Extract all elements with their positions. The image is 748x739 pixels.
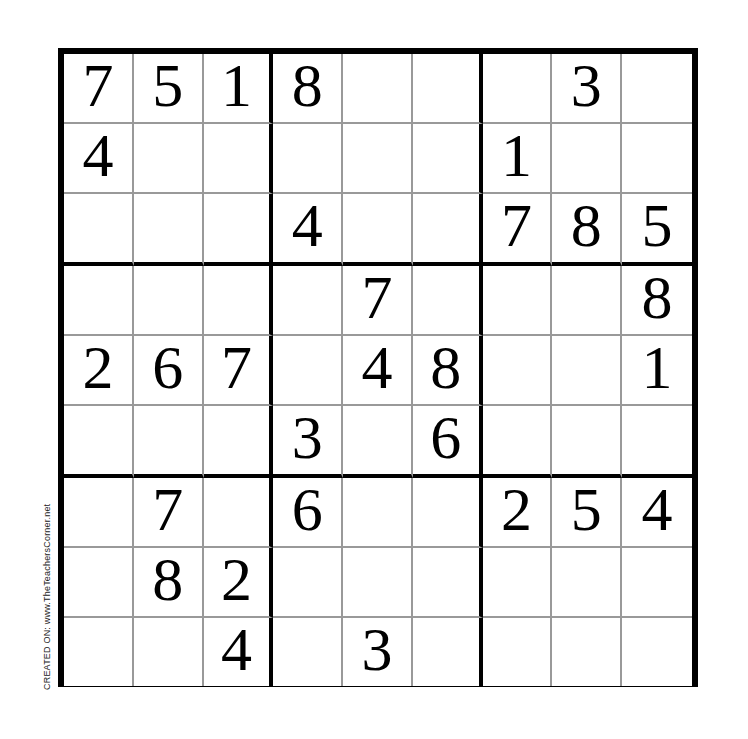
given-digit: 4 <box>642 478 673 540</box>
given-digit: 2 <box>221 548 252 610</box>
cell-r4c9: 8 <box>622 266 692 336</box>
cell-r6c4: 3 <box>273 406 343 478</box>
given-digit: 7 <box>152 478 183 540</box>
given-digit: 6 <box>430 406 461 468</box>
cell-r6c1[interactable] <box>64 406 134 478</box>
given-digit: 6 <box>292 478 323 540</box>
cell-r3c1[interactable] <box>64 194 134 266</box>
cell-r2c1: 4 <box>64 124 134 194</box>
cell-r3c4: 4 <box>273 194 343 266</box>
cell-r8c8[interactable] <box>552 548 622 618</box>
cell-r5c7[interactable] <box>483 336 553 406</box>
given-digit: 4 <box>361 336 392 398</box>
given-digit: 8 <box>571 194 602 256</box>
cell-r7c4: 6 <box>273 478 343 548</box>
cell-r7c3[interactable] <box>204 478 274 548</box>
given-digit: 8 <box>152 548 183 610</box>
cell-r5c4[interactable] <box>273 336 343 406</box>
cell-r8c4[interactable] <box>273 548 343 618</box>
cell-r3c5[interactable] <box>343 194 413 266</box>
given-digit: 2 <box>501 478 532 540</box>
cell-r5c5: 4 <box>343 336 413 406</box>
cell-r7c8: 5 <box>552 478 622 548</box>
cell-r5c3: 7 <box>204 336 274 406</box>
cell-r4c5: 7 <box>343 266 413 336</box>
cell-r9c4[interactable] <box>273 618 343 686</box>
cell-r1c9[interactable] <box>622 54 692 124</box>
cell-r7c5[interactable] <box>343 478 413 548</box>
cell-r3c3[interactable] <box>204 194 274 266</box>
given-digit: 3 <box>571 54 602 116</box>
cell-r6c8[interactable] <box>552 406 622 478</box>
cell-r7c6[interactable] <box>413 478 483 548</box>
cell-r7c9: 4 <box>622 478 692 548</box>
given-digit: 4 <box>221 618 252 680</box>
cell-r1c5[interactable] <box>343 54 413 124</box>
cell-r3c8: 8 <box>552 194 622 266</box>
cell-r2c3[interactable] <box>204 124 274 194</box>
cell-r9c9[interactable] <box>622 618 692 686</box>
given-digit: 5 <box>571 478 602 540</box>
cell-r1c2: 5 <box>134 54 204 124</box>
cell-r4c6[interactable] <box>413 266 483 336</box>
given-digit: 4 <box>292 194 323 256</box>
cell-r6c5[interactable] <box>343 406 413 478</box>
cell-r5c2: 6 <box>134 336 204 406</box>
given-digit: 5 <box>642 194 673 256</box>
cell-r1c3: 1 <box>204 54 274 124</box>
cell-r8c6[interactable] <box>413 548 483 618</box>
cell-r2c2[interactable] <box>134 124 204 194</box>
cell-r2c7: 1 <box>483 124 553 194</box>
cell-r7c2: 7 <box>134 478 204 548</box>
cell-r4c7[interactable] <box>483 266 553 336</box>
given-digit: 7 <box>501 194 532 256</box>
cell-r9c3: 4 <box>204 618 274 686</box>
cell-r4c8[interactable] <box>552 266 622 336</box>
cell-r5c6: 8 <box>413 336 483 406</box>
cell-r1c1: 7 <box>64 54 134 124</box>
cell-r4c2[interactable] <box>134 266 204 336</box>
cell-r9c2[interactable] <box>134 618 204 686</box>
cell-r3c7: 7 <box>483 194 553 266</box>
cell-r8c7[interactable] <box>483 548 553 618</box>
given-digit: 8 <box>642 266 673 328</box>
cell-r8c9[interactable] <box>622 548 692 618</box>
given-digit: 2 <box>82 336 113 398</box>
cell-r9c8[interactable] <box>552 618 622 686</box>
cell-r2c5[interactable] <box>343 124 413 194</box>
cell-r7c7: 2 <box>483 478 553 548</box>
given-digit: 8 <box>430 336 461 398</box>
cell-r6c6: 6 <box>413 406 483 478</box>
cell-r3c9: 5 <box>622 194 692 266</box>
given-digit: 1 <box>221 54 252 116</box>
cell-r9c6[interactable] <box>413 618 483 686</box>
cell-r2c8[interactable] <box>552 124 622 194</box>
cell-r8c5[interactable] <box>343 548 413 618</box>
cell-r1c4: 8 <box>273 54 343 124</box>
cell-r8c2: 8 <box>134 548 204 618</box>
cell-r6c3[interactable] <box>204 406 274 478</box>
given-digit: 5 <box>152 54 183 116</box>
given-digit: 1 <box>642 336 673 398</box>
cell-r6c9[interactable] <box>622 406 692 478</box>
cell-r1c8: 3 <box>552 54 622 124</box>
cell-r8c3: 2 <box>204 548 274 618</box>
attribution-text: CREATED ON: www.TheTeachersCorner.net <box>42 475 52 690</box>
cell-r9c1[interactable] <box>64 618 134 686</box>
given-digit: 4 <box>82 124 113 186</box>
cell-r5c9: 1 <box>622 336 692 406</box>
cell-r9c7[interactable] <box>483 618 553 686</box>
given-digit: 3 <box>292 406 323 468</box>
cell-r2c9[interactable] <box>622 124 692 194</box>
given-digit: 1 <box>501 124 532 186</box>
given-digit: 7 <box>221 336 252 398</box>
cell-r4c1[interactable] <box>64 266 134 336</box>
cell-r3c6[interactable] <box>413 194 483 266</box>
cell-r1c6[interactable] <box>413 54 483 124</box>
given-digit: 7 <box>361 266 392 328</box>
cell-r2c6[interactable] <box>413 124 483 194</box>
given-digit: 6 <box>152 336 183 398</box>
cell-r6c2[interactable] <box>134 406 204 478</box>
cell-r5c8[interactable] <box>552 336 622 406</box>
given-digit: 8 <box>292 54 323 116</box>
cell-r2c4[interactable] <box>273 124 343 194</box>
cell-r7c1[interactable] <box>64 478 134 548</box>
cell-r9c5: 3 <box>343 618 413 686</box>
sudoku-board: 751834147857826748136762548243 <box>58 48 698 687</box>
given-digit: 3 <box>361 618 392 680</box>
given-digit: 7 <box>82 54 113 116</box>
cell-r6c7[interactable] <box>483 406 553 478</box>
cell-r1c7[interactable] <box>483 54 553 124</box>
cell-r3c2[interactable] <box>134 194 204 266</box>
cell-r4c3[interactable] <box>204 266 274 336</box>
cell-r5c1: 2 <box>64 336 134 406</box>
cell-r4c4[interactable] <box>273 266 343 336</box>
cell-r8c1[interactable] <box>64 548 134 618</box>
